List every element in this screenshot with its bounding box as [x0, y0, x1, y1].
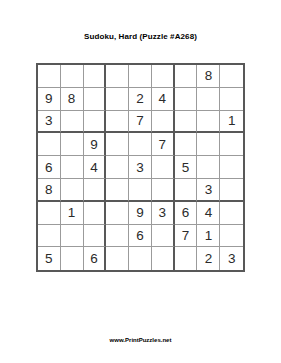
sudoku-cell-r3c1: 3 [38, 111, 61, 134]
sudoku-cell-r7c8: 4 [197, 202, 220, 225]
sudoku-cell-r9c1: 5 [38, 247, 61, 270]
sudoku-cell-r1c2 [61, 65, 84, 88]
sudoku-cell-r8c8: 1 [197, 225, 220, 248]
sudoku-cell-r1c7 [175, 65, 198, 88]
sudoku-cell-r4c9 [220, 133, 243, 156]
sudoku-cell-r7c9 [220, 202, 243, 225]
sudoku-cell-r9c8: 2 [197, 247, 220, 270]
sudoku-cell-r3c7 [175, 111, 198, 134]
sudoku-cell-r8c6 [152, 225, 175, 248]
footer-site-url: www.PrintPuzzles.net [0, 337, 281, 343]
sudoku-cell-r5c6 [152, 156, 175, 179]
sudoku-cell-r6c6 [152, 179, 175, 202]
sudoku-cell-r1c5 [129, 65, 152, 88]
sudoku-cell-r5c5: 3 [129, 156, 152, 179]
sudoku-cell-r5c8 [197, 156, 220, 179]
sudoku-cell-r3c9: 1 [220, 111, 243, 134]
sudoku-cell-r1c6 [152, 65, 175, 88]
sudoku-cell-r9c4 [106, 247, 129, 270]
sudoku-cell-r2c1: 9 [38, 88, 61, 111]
sudoku-cell-r7c4 [106, 202, 129, 225]
sudoku-cell-r2c2: 8 [61, 88, 84, 111]
sudoku-cell-r6c3 [84, 179, 107, 202]
sudoku-cell-r7c7: 6 [175, 202, 198, 225]
sudoku-cell-r8c3 [84, 225, 107, 248]
sudoku-cell-r3c4 [106, 111, 129, 134]
sudoku-cell-r5c9 [220, 156, 243, 179]
sudoku-cell-r1c4 [106, 65, 129, 88]
page-title: Sudoku, Hard (Puzzle #A268) [0, 32, 281, 41]
sudoku-cell-r1c3 [84, 65, 107, 88]
sudoku-cell-r3c5: 7 [129, 111, 152, 134]
sudoku-cell-r6c8: 3 [197, 179, 220, 202]
sudoku-cell-r2c8 [197, 88, 220, 111]
sudoku-cell-r8c2 [61, 225, 84, 248]
sudoku-cell-r2c6: 4 [152, 88, 175, 111]
sudoku-cell-r1c8: 8 [197, 65, 220, 88]
sudoku-cell-r4c2 [61, 133, 84, 156]
sudoku-cell-r6c1: 8 [38, 179, 61, 202]
sudoku-cell-r1c9 [220, 65, 243, 88]
sudoku-cell-r9c6 [152, 247, 175, 270]
sudoku-cell-r4c3: 9 [84, 133, 107, 156]
sudoku-cell-r2c7 [175, 88, 198, 111]
sudoku-cell-r6c7 [175, 179, 198, 202]
sudoku-cell-r7c6: 3 [152, 202, 175, 225]
sudoku-cell-r4c5 [129, 133, 152, 156]
sudoku-cell-r5c1: 6 [38, 156, 61, 179]
sudoku-cell-r7c2: 1 [61, 202, 84, 225]
sudoku-cell-r5c3: 4 [84, 156, 107, 179]
sudoku-cell-r5c7: 5 [175, 156, 198, 179]
sudoku-cell-r9c7 [175, 247, 198, 270]
sudoku-cell-r8c1 [38, 225, 61, 248]
grid-container: 8982437197643583193646715623 [0, 63, 281, 272]
sudoku-cell-r2c3 [84, 88, 107, 111]
sudoku-cell-r6c4 [106, 179, 129, 202]
sudoku-cell-r8c4 [106, 225, 129, 248]
sudoku-cell-r8c7: 7 [175, 225, 198, 248]
sudoku-cell-r7c3 [84, 202, 107, 225]
sudoku-cell-r2c9 [220, 88, 243, 111]
sudoku-cell-r9c5 [129, 247, 152, 270]
sudoku-cell-r4c4 [106, 133, 129, 156]
sudoku-cell-r7c1 [38, 202, 61, 225]
sudoku-cell-r6c5 [129, 179, 152, 202]
sudoku-cell-r3c3 [84, 111, 107, 134]
sudoku-cell-r3c2 [61, 111, 84, 134]
sudoku-cell-r4c7 [175, 133, 198, 156]
sudoku-cell-r5c4 [106, 156, 129, 179]
sudoku-cell-r4c6: 7 [152, 133, 175, 156]
sudoku-grid: 8982437197643583193646715623 [36, 63, 245, 272]
sudoku-cell-r5c2 [61, 156, 84, 179]
sudoku-cell-r4c1 [38, 133, 61, 156]
sudoku-cell-r2c4 [106, 88, 129, 111]
sudoku-cell-r7c5: 9 [129, 202, 152, 225]
sudoku-cell-r3c8 [197, 111, 220, 134]
sudoku-cell-r3c6 [152, 111, 175, 134]
sudoku-cell-r9c9: 3 [220, 247, 243, 270]
sudoku-cell-r9c2 [61, 247, 84, 270]
sudoku-cell-r6c9 [220, 179, 243, 202]
sudoku-cell-r6c2 [61, 179, 84, 202]
sudoku-cell-r8c9 [220, 225, 243, 248]
sudoku-cell-r9c3: 6 [84, 247, 107, 270]
sudoku-cell-r1c1 [38, 65, 61, 88]
sudoku-cell-r2c5: 2 [129, 88, 152, 111]
sudoku-cell-r4c8 [197, 133, 220, 156]
sudoku-cell-r8c5: 6 [129, 225, 152, 248]
